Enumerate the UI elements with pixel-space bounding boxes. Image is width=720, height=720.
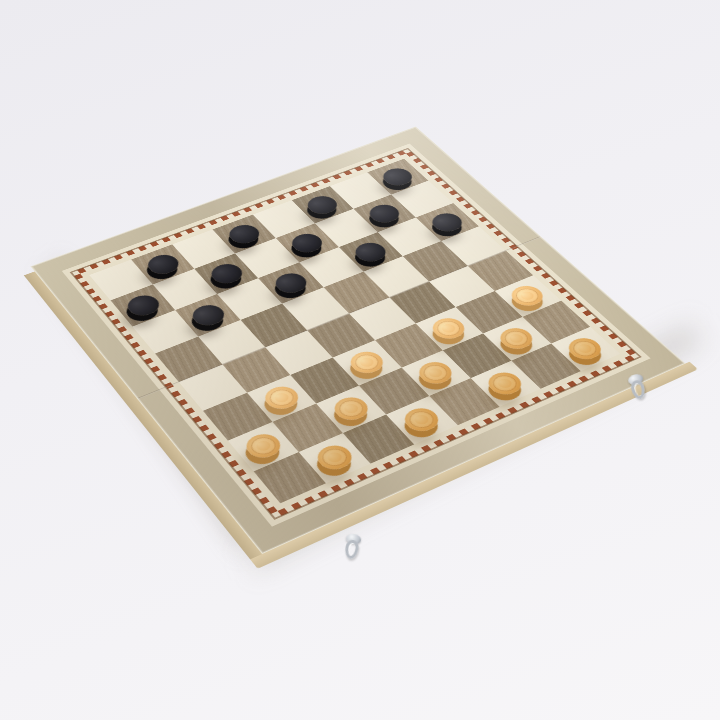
board-perspective-wrapper (30, 127, 685, 554)
checker-white (345, 348, 389, 377)
checker-black (427, 210, 468, 235)
checker-black (350, 239, 391, 264)
checker-black (206, 261, 247, 287)
clasp-ring (344, 539, 360, 560)
checker-black (122, 292, 164, 319)
clasp-ring (630, 379, 647, 401)
checker-white (240, 430, 286, 462)
checker-white (413, 358, 458, 387)
checker-black (287, 230, 328, 255)
checker-black (142, 251, 183, 277)
checker-white (427, 315, 470, 343)
checker-black (378, 165, 417, 188)
checker-white (259, 383, 304, 413)
clasp-front-left (338, 532, 366, 569)
checker-white (483, 369, 528, 399)
checker-white (312, 442, 358, 474)
checker-white (399, 404, 445, 435)
checker-black (224, 221, 264, 246)
checker-white (495, 324, 539, 352)
checkers-board (30, 127, 685, 554)
board-decorative-border (71, 149, 640, 519)
checker-white (563, 334, 608, 363)
checker-black (302, 193, 342, 217)
checker-black (187, 301, 229, 329)
checker-black (270, 270, 312, 296)
checker-white (329, 394, 374, 425)
scene: Angled product photo of an open folding … (0, 0, 720, 720)
board-inner-margin (80, 154, 630, 511)
checker-black (364, 201, 404, 225)
checker-white (506, 282, 549, 309)
board-outer-margin (62, 144, 651, 527)
